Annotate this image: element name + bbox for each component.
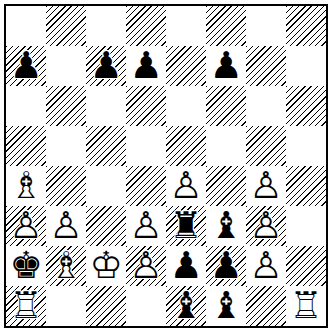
square-h4[interactable] [286,166,326,206]
square-a3[interactable]: ♟♙ [6,206,46,246]
square-c8[interactable] [86,6,126,46]
square-h6[interactable] [286,86,326,126]
black-pawn-icon: ♟ [86,46,126,86]
white-pawn-icon: ♙ [46,206,86,246]
square-a7[interactable]: ♟♟ [6,46,46,86]
square-e8[interactable] [166,6,206,46]
square-e7[interactable] [166,46,206,86]
square-e2[interactable]: ♟♟ [166,246,206,286]
square-h8[interactable] [286,6,326,46]
white-pawn-icon: ♙ [246,206,286,246]
square-h2[interactable] [286,246,326,286]
square-c4[interactable] [86,166,126,206]
white-pawn-icon: ♙ [246,166,286,206]
square-c6[interactable] [86,86,126,126]
square-g6[interactable] [246,86,286,126]
square-e6[interactable] [166,86,206,126]
square-h1[interactable]: ♜♖ [286,286,326,326]
white-rook-icon: ♖ [286,286,326,326]
square-f5[interactable] [206,126,246,166]
square-d6[interactable] [126,86,166,126]
square-b1[interactable] [46,286,86,326]
square-c7[interactable]: ♟♟ [86,46,126,86]
black-king-icon: ♚ [6,246,46,286]
square-g2[interactable]: ♟♙ [246,246,286,286]
white-pawn-icon: ♙ [166,166,206,206]
square-f8[interactable] [206,6,246,46]
square-g7[interactable] [246,46,286,86]
square-b2[interactable]: ♝♗ [46,246,86,286]
square-g4[interactable]: ♟♙ [246,166,286,206]
square-b8[interactable] [46,6,86,46]
white-pawn-icon: ♙ [126,246,166,286]
square-g1[interactable] [246,286,286,326]
square-b4[interactable] [46,166,86,206]
square-a6[interactable] [6,86,46,126]
black-bishop-icon: ♝ [166,286,206,326]
black-bishop-icon: ♝ [206,206,246,246]
square-a2[interactable]: ♚♚ [6,246,46,286]
square-f3[interactable]: ♝♝ [206,206,246,246]
chessboard: ♟♟♟♟♟♟♟♟♝♗♟♙♟♙♟♙♟♙♟♙♜♜♝♝♟♙♚♚♝♗♚♔♟♙♟♟♟♟♟♙… [6,6,326,326]
square-h3[interactable] [286,206,326,246]
square-b3[interactable]: ♟♙ [46,206,86,246]
square-f4[interactable] [206,166,246,206]
square-d3[interactable]: ♟♙ [126,206,166,246]
square-b5[interactable] [46,126,86,166]
square-e5[interactable] [166,126,206,166]
square-e3[interactable]: ♜♜ [166,206,206,246]
square-a5[interactable] [6,126,46,166]
white-pawn-icon: ♙ [246,246,286,286]
white-bishop-icon: ♗ [6,166,46,206]
square-a1[interactable]: ♜♖ [6,286,46,326]
square-d4[interactable] [126,166,166,206]
square-b6[interactable] [46,86,86,126]
square-a8[interactable] [6,6,46,46]
square-g5[interactable] [246,126,286,166]
chessboard-frame: ♟♟♟♟♟♟♟♟♝♗♟♙♟♙♟♙♟♙♟♙♜♜♝♝♟♙♚♚♝♗♚♔♟♙♟♟♟♟♟♙… [4,4,328,328]
black-pawn-icon: ♟ [166,246,206,286]
square-h5[interactable] [286,126,326,166]
white-pawn-icon: ♙ [6,206,46,246]
square-f2[interactable]: ♟♟ [206,246,246,286]
square-f1[interactable]: ♝♝ [206,286,246,326]
black-rook-icon: ♜ [166,206,206,246]
square-g3[interactable]: ♟♙ [246,206,286,246]
square-d2[interactable]: ♟♙ [126,246,166,286]
square-d8[interactable] [126,6,166,46]
black-bishop-icon: ♝ [206,286,246,326]
black-pawn-icon: ♟ [6,46,46,86]
square-e1[interactable]: ♝♝ [166,286,206,326]
white-bishop-icon: ♗ [46,246,86,286]
square-a4[interactable]: ♝♗ [6,166,46,206]
square-d7[interactable]: ♟♟ [126,46,166,86]
black-pawn-icon: ♟ [206,246,246,286]
square-c3[interactable] [86,206,126,246]
square-d5[interactable] [126,126,166,166]
square-g8[interactable] [246,6,286,46]
square-f6[interactable] [206,86,246,126]
square-c2[interactable]: ♚♔ [86,246,126,286]
white-king-icon: ♔ [86,246,126,286]
square-e4[interactable]: ♟♙ [166,166,206,206]
square-d1[interactable] [126,286,166,326]
white-pawn-icon: ♙ [126,206,166,246]
square-f7[interactable]: ♟♟ [206,46,246,86]
white-rook-icon: ♖ [6,286,46,326]
black-pawn-icon: ♟ [126,46,166,86]
square-h7[interactable] [286,46,326,86]
square-b7[interactable] [46,46,86,86]
black-pawn-icon: ♟ [206,46,246,86]
square-c1[interactable] [86,286,126,326]
square-c5[interactable] [86,126,126,166]
